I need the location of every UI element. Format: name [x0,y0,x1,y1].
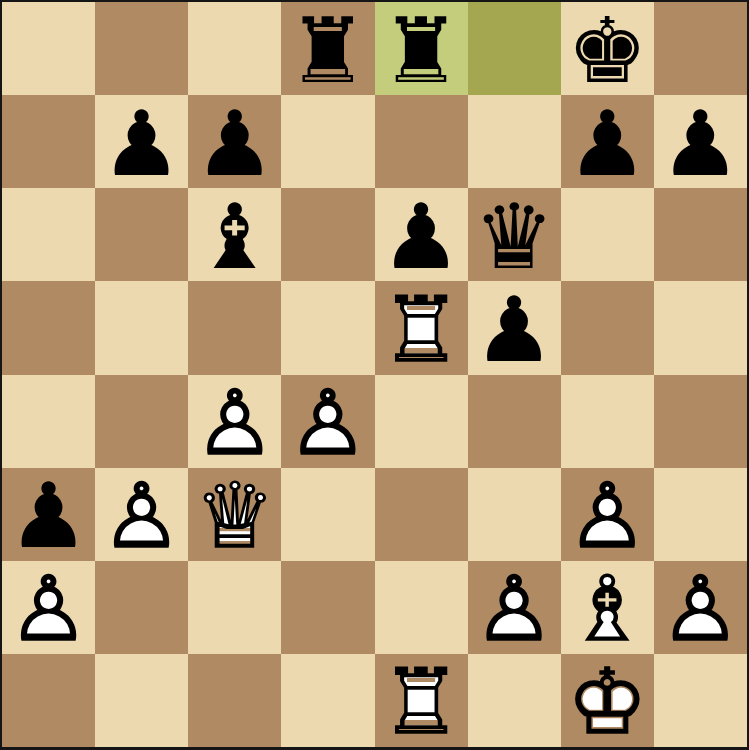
square-e7[interactable] [375,95,468,188]
square-e6[interactable]: ♟ [375,188,468,281]
square-h6[interactable] [654,188,747,281]
square-e3[interactable] [375,468,468,561]
square-a5[interactable] [2,281,95,374]
square-c7[interactable]: ♟ [188,95,281,188]
piece-solid-glyph: ♟ [654,97,747,188]
square-d6[interactable] [281,188,374,281]
square-c2[interactable] [188,561,281,654]
square-f2[interactable]: ♟♙ [468,561,561,654]
piece-solid-glyph: ♛ [468,190,561,281]
piece-outline-glyph: ♙ [561,470,654,561]
square-a1[interactable] [2,654,95,747]
square-c1[interactable] [188,654,281,747]
square-c3[interactable]: ♛♕ [188,468,281,561]
white-pawn-f2[interactable]: ♟♙ [468,561,561,654]
black-pawn-h7[interactable]: ♟ [654,95,747,188]
square-b4[interactable] [95,375,188,468]
square-g1[interactable]: ♚♔ [561,654,654,747]
black-pawn-e6[interactable]: ♟ [375,188,468,281]
piece-solid-glyph: ♟ [2,470,95,561]
square-f5[interactable]: ♟ [468,281,561,374]
black-rook-d8[interactable]: ♜ [281,2,374,95]
square-d2[interactable] [281,561,374,654]
square-c4[interactable]: ♟♙ [188,375,281,468]
square-d5[interactable] [281,281,374,374]
white-rook-e5[interactable]: ♜♖ [375,281,468,374]
black-pawn-b7[interactable]: ♟ [95,95,188,188]
black-king-g8[interactable]: ♚ [561,2,654,95]
square-h3[interactable] [654,468,747,561]
square-b5[interactable] [95,281,188,374]
piece-outline-glyph: ♔ [561,656,654,747]
white-pawn-g3[interactable]: ♟♙ [561,468,654,561]
square-h5[interactable] [654,281,747,374]
black-pawn-f5[interactable]: ♟ [468,281,561,374]
square-g3[interactable]: ♟♙ [561,468,654,561]
square-e5[interactable]: ♜♖ [375,281,468,374]
square-g5[interactable] [561,281,654,374]
square-f3[interactable] [468,468,561,561]
square-h7[interactable]: ♟ [654,95,747,188]
square-g8[interactable]: ♚ [561,2,654,95]
square-a4[interactable] [2,375,95,468]
square-h8[interactable] [654,2,747,95]
square-d3[interactable] [281,468,374,561]
piece-solid-glyph: ♟ [188,97,281,188]
piece-outline-glyph: ♖ [375,656,468,747]
black-bishop-c6[interactable]: ♝ [188,188,281,281]
piece-solid-glyph: ♝ [188,190,281,281]
square-b2[interactable] [95,561,188,654]
square-a2[interactable]: ♟♙ [2,561,95,654]
white-king-g1[interactable]: ♚♔ [561,654,654,747]
piece-outline-glyph: ♕ [188,470,281,561]
square-a7[interactable] [2,95,95,188]
square-a6[interactable] [2,188,95,281]
square-e2[interactable] [375,561,468,654]
square-c8[interactable] [188,2,281,95]
piece-outline-glyph: ♗ [561,563,654,654]
white-pawn-b3[interactable]: ♟♙ [95,468,188,561]
square-d8[interactable]: ♜ [281,2,374,95]
square-b8[interactable] [95,2,188,95]
square-c5[interactable] [188,281,281,374]
chess-board: ♜♜♚♟♟♟♟♝♟♛♜♖♟♟♙♟♙♟♟♙♛♕♟♙♟♙♟♙♝♗♟♙♜♖♚♔ [0,0,749,750]
square-g2[interactable]: ♝♗ [561,561,654,654]
black-pawn-a3[interactable]: ♟ [2,468,95,561]
square-g4[interactable] [561,375,654,468]
black-rook-e8[interactable]: ♜ [375,2,468,95]
white-pawn-a2[interactable]: ♟♙ [2,561,95,654]
white-queen-c3[interactable]: ♛♕ [188,468,281,561]
square-d1[interactable] [281,654,374,747]
white-pawn-c4[interactable]: ♟♙ [188,375,281,468]
piece-outline-glyph: ♙ [2,563,95,654]
piece-solid-glyph: ♟ [468,283,561,374]
square-e8[interactable]: ♜ [375,2,468,95]
piece-solid-glyph: ♚ [561,4,654,95]
square-f1[interactable] [468,654,561,747]
piece-outline-glyph: ♙ [188,377,281,468]
square-g7[interactable]: ♟ [561,95,654,188]
square-f7[interactable] [468,95,561,188]
piece-outline-glyph: ♖ [375,283,468,374]
white-pawn-h2[interactable]: ♟♙ [654,561,747,654]
white-bishop-g2[interactable]: ♝♗ [561,561,654,654]
square-d4[interactable]: ♟♙ [281,375,374,468]
square-e1[interactable]: ♜♖ [375,654,468,747]
square-a3[interactable]: ♟ [2,468,95,561]
square-e4[interactable] [375,375,468,468]
piece-outline-glyph: ♙ [95,470,188,561]
square-c6[interactable]: ♝ [188,188,281,281]
square-f8[interactable] [468,2,561,95]
piece-outline-glyph: ♙ [654,563,747,654]
square-h1[interactable] [654,654,747,747]
piece-solid-glyph: ♜ [375,4,468,95]
piece-solid-glyph: ♟ [95,97,188,188]
white-rook-e1[interactable]: ♜♖ [375,654,468,747]
piece-outline-glyph: ♙ [281,377,374,468]
square-b7[interactable]: ♟ [95,95,188,188]
square-d7[interactable] [281,95,374,188]
piece-outline-glyph: ♙ [468,563,561,654]
piece-solid-glyph: ♟ [561,97,654,188]
square-h2[interactable]: ♟♙ [654,561,747,654]
white-pawn-d4[interactable]: ♟♙ [281,375,374,468]
square-f4[interactable] [468,375,561,468]
square-b6[interactable] [95,188,188,281]
square-b1[interactable] [95,654,188,747]
square-b3[interactable]: ♟♙ [95,468,188,561]
black-queen-f6[interactable]: ♛ [468,188,561,281]
piece-solid-glyph: ♟ [375,190,468,281]
square-h4[interactable] [654,375,747,468]
square-f6[interactable]: ♛ [468,188,561,281]
black-pawn-c7[interactable]: ♟ [188,95,281,188]
black-pawn-g7[interactable]: ♟ [561,95,654,188]
square-a8[interactable] [2,2,95,95]
piece-solid-glyph: ♜ [281,4,374,95]
square-g6[interactable] [561,188,654,281]
